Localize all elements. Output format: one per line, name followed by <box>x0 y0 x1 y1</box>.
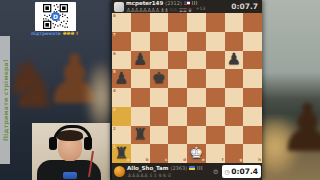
square-b5[interactable] <box>131 69 150 88</box>
coord-rank-8: 8 <box>113 14 116 18</box>
top-player-avatar[interactable] <box>114 2 124 12</box>
top-captured-pieces: ♙♙♙♙♙♙♙♙ ♗♗ ♘♘ ♖♖ ♕ <box>126 7 192 13</box>
square-d7[interactable] <box>168 32 187 51</box>
qr-center-logo: D <box>51 12 60 21</box>
square-g1[interactable]: g <box>225 144 244 163</box>
bottom-player-info: Allo_Sho_Tam (2363) ||| ♟♟♟♟♟ ♝♝ ♞♞ ♛ <box>127 165 203 177</box>
coord-file-b: b <box>146 158 149 162</box>
square-d6[interactable] <box>168 51 187 70</box>
square-h2[interactable] <box>243 126 262 145</box>
square-h7[interactable] <box>243 32 262 51</box>
square-f8[interactable] <box>206 13 225 32</box>
webcam-overlay <box>32 123 110 180</box>
headphone-earcup-right-icon <box>84 137 92 150</box>
chess-app-panel: mcpeter149 (2312) ||| ♙♙♙♙♙♙♙♙ ♗♗ ♘♘ ♖♖ … <box>112 0 262 180</box>
top-player-rating: (2312) <box>165 1 182 7</box>
chess-board: 876♟♟5♟♚432♜1a♜bcde♚fgh <box>112 13 262 163</box>
background-right-photo: ♟ <box>262 0 320 180</box>
support-banner-text: Підтримати стрімера! <box>2 59 9 141</box>
bottom-player-flag-icon <box>189 166 195 170</box>
square-d8[interactable] <box>168 13 187 32</box>
coord-file-g: g <box>239 158 242 162</box>
square-g2[interactable] <box>225 126 244 145</box>
top-player-flag-icon <box>184 1 190 5</box>
bottom-player-clock: ◷ 0:07.4 <box>222 165 261 178</box>
square-b6[interactable]: ♟ <box>131 51 150 70</box>
top-player-badge-icon: ||| <box>192 1 198 5</box>
square-d5[interactable] <box>168 69 187 88</box>
square-e8[interactable] <box>187 13 206 32</box>
square-c3[interactable] <box>150 107 169 126</box>
square-h6[interactable] <box>243 51 262 70</box>
headphone-earcup-left-icon <box>49 137 57 150</box>
square-a3[interactable]: 3 <box>112 107 131 126</box>
square-e5[interactable] <box>187 69 206 88</box>
coord-rank-4: 4 <box>113 89 116 93</box>
piece-bp-a5[interactable]: ♟ <box>112 69 131 88</box>
square-f7[interactable] <box>206 32 225 51</box>
qr-caption-text: підтримати <box>31 32 61 37</box>
square-h4[interactable] <box>243 88 262 107</box>
piece-br-b2[interactable]: ♜ <box>131 126 150 145</box>
piece-bp-b6[interactable]: ♟ <box>131 51 150 70</box>
bottom-player-avatar[interactable] <box>114 166 125 177</box>
square-d2[interactable] <box>168 126 187 145</box>
square-g5[interactable] <box>225 69 244 88</box>
square-a2[interactable]: 2 <box>112 126 131 145</box>
square-c6[interactable] <box>150 51 169 70</box>
qr-caption: підтримати ₴₴₴ ! <box>31 32 95 37</box>
square-b2[interactable]: ♜ <box>131 126 150 145</box>
square-f6[interactable] <box>206 51 225 70</box>
coord-file-d: d <box>183 158 186 162</box>
background-dark-pawn-piece: ♟ <box>278 96 320 162</box>
square-c1[interactable]: c <box>150 144 169 163</box>
square-a7[interactable]: 7 <box>112 32 131 51</box>
clock-icon: ◷ <box>225 168 230 175</box>
square-c5[interactable]: ♚ <box>150 69 169 88</box>
shirt-logo <box>63 172 77 179</box>
square-f5[interactable] <box>206 69 225 88</box>
square-b3[interactable] <box>131 107 150 126</box>
top-player-info: mcpeter149 (2312) ||| ♙♙♙♙♙♙♙♙ ♗♗ ♘♘ ♖♖ … <box>126 0 205 12</box>
donation-qr-code: D <box>35 2 76 31</box>
square-h8[interactable] <box>243 13 262 32</box>
square-g8[interactable] <box>225 13 244 32</box>
piece-wk-e1[interactable]: ♚ <box>187 144 206 163</box>
bottom-player-rating: (2363) <box>170 166 187 172</box>
bottom-clock-time: 0:07.4 <box>231 167 258 176</box>
square-g7[interactable] <box>225 32 244 51</box>
square-b8[interactable] <box>131 13 150 32</box>
square-f3[interactable] <box>206 107 225 126</box>
square-e7[interactable] <box>187 32 206 51</box>
qr-caption-symbols: ₴₴₴ ! <box>63 32 78 37</box>
square-h3[interactable] <box>243 107 262 126</box>
coord-rank-3: 3 <box>113 108 116 112</box>
square-f2[interactable] <box>206 126 225 145</box>
piece-br-a1[interactable]: ♜ <box>112 144 131 163</box>
square-g3[interactable] <box>225 107 244 126</box>
settings-gear-icon[interactable]: ⚙ <box>213 168 219 176</box>
piece-bk-c5[interactable]: ♚ <box>150 69 169 88</box>
material-advantage: +13 <box>196 7 206 12</box>
square-d1[interactable]: d <box>168 144 187 163</box>
square-b1[interactable]: b <box>131 144 150 163</box>
square-f1[interactable]: f <box>206 144 225 163</box>
square-d4[interactable] <box>168 88 187 107</box>
support-banner: Підтримати стрімера! <box>0 36 10 164</box>
square-c4[interactable] <box>150 88 169 107</box>
square-a6[interactable]: 6 <box>112 51 131 70</box>
square-b7[interactable] <box>131 32 150 51</box>
coord-file-f: f <box>222 158 224 162</box>
square-d3[interactable] <box>168 107 187 126</box>
square-g4[interactable] <box>225 88 244 107</box>
square-f4[interactable] <box>206 88 225 107</box>
square-e1[interactable]: e♚ <box>187 144 206 163</box>
square-e4[interactable] <box>187 88 206 107</box>
square-e3[interactable] <box>187 107 206 126</box>
bottom-player-bar: Allo_Sho_Tam (2363) ||| ♟♟♟♟♟ ♝♝ ♞♞ ♛ ⚙ … <box>112 163 262 180</box>
bottom-captured-pieces: ♟♟♟♟♟ ♝♝ ♞♞ ♛ <box>127 172 171 178</box>
square-e2[interactable] <box>187 126 206 145</box>
coord-rank-6: 6 <box>113 52 116 56</box>
square-c7[interactable] <box>150 32 169 51</box>
square-a4[interactable]: 4 <box>112 88 131 107</box>
square-e6[interactable] <box>187 51 206 70</box>
square-a8[interactable]: 8 <box>112 13 131 32</box>
bottom-player-badge-icon: ||| <box>197 166 203 170</box>
piece-bp-g6[interactable]: ♟ <box>225 51 244 70</box>
coord-rank-7: 7 <box>113 33 116 37</box>
stream-frame: ♞ ♟ ♟ Підтримати стрімера! <box>0 0 320 180</box>
square-c8[interactable] <box>150 13 169 32</box>
square-b4[interactable] <box>131 88 150 107</box>
square-h5[interactable] <box>243 69 262 88</box>
square-g6[interactable]: ♟ <box>225 51 244 70</box>
square-a5[interactable]: 5♟ <box>112 69 131 88</box>
coord-file-c: c <box>165 158 167 162</box>
square-c2[interactable] <box>150 126 169 145</box>
top-player-bar: mcpeter149 (2312) ||| ♙♙♙♙♙♙♙♙ ♗♗ ♘♘ ♖♖ … <box>112 0 262 13</box>
square-h1[interactable]: h <box>243 144 262 163</box>
coord-rank-2: 2 <box>113 127 116 131</box>
square-a1[interactable]: 1a♜ <box>112 144 131 163</box>
top-player-clock: 0:07.7 <box>231 2 262 11</box>
coord-file-h: h <box>258 158 261 162</box>
